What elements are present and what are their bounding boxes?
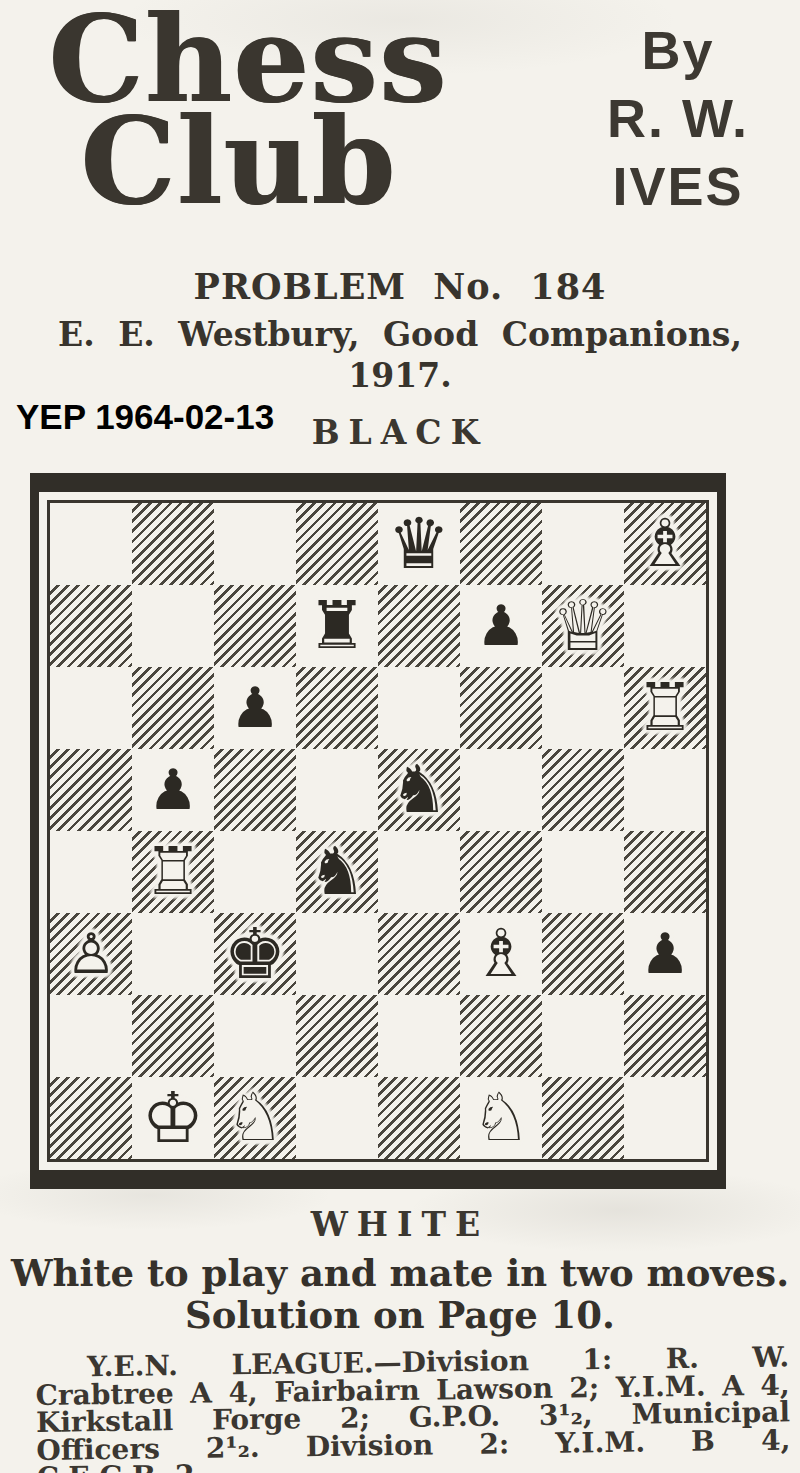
square-d1: [296, 1077, 378, 1159]
attribution-line-1: E. E. Westbury, Good Companions,: [0, 315, 800, 354]
column-byline: By R. W. IVES: [552, 16, 800, 220]
square-d4: ♞♞: [296, 831, 378, 913]
square-e8: ♛♛: [378, 503, 460, 585]
square-g5: [542, 749, 624, 831]
chessboard-inner-border: ♛♛♝♗♜♜♟♟♛♕♟♟♜♖♟♟♞♞♜♖♞♞♟♙♚♚♝♗♟♟♚♔♞♘♞♘: [47, 500, 709, 1162]
square-g1: [542, 1077, 624, 1159]
white-rook-icon: ♖: [635, 667, 694, 749]
black-pawn-icon: ♟: [230, 667, 280, 749]
square-g4: [542, 831, 624, 913]
square-a4: [50, 831, 132, 913]
square-e3: [378, 913, 460, 995]
byline-line1: By: [552, 16, 800, 84]
square-c1: ♞♘: [214, 1077, 296, 1159]
square-h1: [624, 1077, 706, 1159]
square-b3: [132, 913, 214, 995]
square-h6: ♜♖: [624, 667, 706, 749]
masthead: Chess Club By R. W. IVES: [0, 0, 800, 252]
chessboard-frame: ♛♛♝♗♜♜♟♟♛♕♟♟♜♖♟♟♞♞♜♖♞♞♟♙♚♚♝♗♟♟♚♔♞♘♞♘: [30, 473, 726, 1189]
square-g7: ♛♕: [542, 585, 624, 667]
square-e6: [378, 667, 460, 749]
square-a3: ♟♙: [50, 913, 132, 995]
square-b7: [132, 585, 214, 667]
square-b1: ♚♔: [132, 1077, 214, 1159]
square-a7: [50, 585, 132, 667]
column-title-line2: Club: [48, 110, 428, 212]
square-c4: [214, 831, 296, 913]
square-a1: [50, 1077, 132, 1159]
news-paragraph: Y.E.N. LEAGUE.—Division 1: R. W. Crabtre…: [35, 1343, 791, 1473]
square-f6: [460, 667, 542, 749]
square-a8: [50, 503, 132, 585]
byline-line2: R. W.: [552, 84, 800, 152]
square-h5: [624, 749, 706, 831]
square-e1: [378, 1077, 460, 1159]
square-f3: ♝♗: [460, 913, 542, 995]
square-d6: [296, 667, 378, 749]
square-h8: ♝♗: [624, 503, 706, 585]
square-g6: [542, 667, 624, 749]
square-h7: [624, 585, 706, 667]
square-h4: [624, 831, 706, 913]
white-rook-icon: ♖: [143, 831, 202, 913]
square-c8: [214, 503, 296, 585]
square-b6: [132, 667, 214, 749]
stamp-row: YEP 1964-02-13 BLACK: [0, 397, 800, 449]
square-g3: [542, 913, 624, 995]
stipulation-line-1: White to play and mate in two moves.: [0, 1252, 800, 1294]
black-queen-icon: ♛: [388, 503, 451, 585]
square-e4: [378, 831, 460, 913]
black-knight-icon: ♞: [389, 749, 448, 831]
black-label: BLACK: [0, 413, 800, 452]
problem-heading: PROBLEM No. 184: [0, 266, 800, 307]
square-h2: [624, 995, 706, 1077]
square-f2: [460, 995, 542, 1077]
square-e2: [378, 995, 460, 1077]
square-c5: [214, 749, 296, 831]
black-rook-icon: ♜: [307, 585, 366, 667]
square-a5: [50, 749, 132, 831]
stipulation-line-2: Solution on Page 10.: [0, 1294, 800, 1336]
square-f1: ♞♘: [460, 1077, 542, 1159]
black-pawn-icon: ♟: [640, 913, 690, 995]
square-f4: [460, 831, 542, 913]
newspaper-clipping: Chess Club By R. W. IVES PROBLEM No. 184…: [0, 0, 800, 1473]
white-pawn-icon: ♙: [66, 913, 116, 995]
white-knight-icon: ♘: [225, 1077, 284, 1159]
square-f7: ♟♟: [460, 585, 542, 667]
white-knight-icon: ♘: [471, 1077, 530, 1159]
square-b2: [132, 995, 214, 1077]
square-e5: ♞♞: [378, 749, 460, 831]
black-king-icon: ♚: [224, 913, 287, 995]
square-b4: ♜♖: [132, 831, 214, 913]
white-king-icon: ♔: [142, 1077, 205, 1159]
white-bishop-icon: ♗: [635, 503, 694, 585]
square-c2: [214, 995, 296, 1077]
chessboard: ♛♛♝♗♜♜♟♟♛♕♟♟♜♖♟♟♞♞♜♖♞♞♟♙♚♚♝♗♟♟♚♔♞♘♞♘: [50, 503, 706, 1159]
square-d2: [296, 995, 378, 1077]
black-pawn-icon: ♟: [148, 749, 198, 831]
square-g8: [542, 503, 624, 585]
byline-line3: IVES: [552, 152, 800, 220]
white-queen-icon: ♕: [552, 585, 615, 667]
square-a6: [50, 667, 132, 749]
square-g2: [542, 995, 624, 1077]
square-c6: ♟♟: [214, 667, 296, 749]
black-pawn-icon: ♟: [476, 585, 526, 667]
square-a2: [50, 995, 132, 1077]
square-d8: [296, 503, 378, 585]
column-title: Chess Club: [48, 8, 428, 212]
attribution-line-2: 1917.: [0, 356, 800, 395]
square-e7: [378, 585, 460, 667]
square-d7: ♜♜: [296, 585, 378, 667]
white-bishop-icon: ♗: [471, 913, 530, 995]
black-knight-icon: ♞: [307, 831, 366, 913]
square-c7: [214, 585, 296, 667]
square-d3: [296, 913, 378, 995]
square-c3: ♚♚: [214, 913, 296, 995]
square-b8: [132, 503, 214, 585]
square-h3: ♟♟: [624, 913, 706, 995]
chessboard-area: ♛♛♝♗♜♜♟♟♛♕♟♟♜♖♟♟♞♞♜♖♞♞♟♙♚♚♝♗♟♟♚♔♞♘♞♘: [30, 473, 726, 1189]
square-b5: ♟♟: [132, 749, 214, 831]
white-label: WHITE: [0, 1205, 800, 1244]
square-d5: [296, 749, 378, 831]
square-f8: [460, 503, 542, 585]
square-f5: [460, 749, 542, 831]
